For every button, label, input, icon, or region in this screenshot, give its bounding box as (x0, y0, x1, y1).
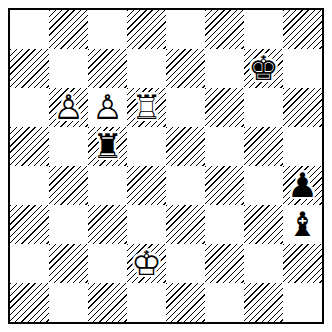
square-c3[interactable] (88, 205, 127, 244)
square-c5[interactable]: ♜ (88, 127, 127, 166)
white-piece-outline: ♔ (127, 244, 166, 283)
square-c1[interactable] (88, 283, 127, 322)
square-d8[interactable] (127, 10, 166, 49)
black-rook-c5: ♜ (88, 127, 127, 166)
square-h1[interactable] (283, 283, 322, 322)
square-c4[interactable] (88, 166, 127, 205)
board-frame: ♚♟♙♟♙♜♖♜♟♝♚♔ (8, 8, 324, 324)
square-h6[interactable] (283, 88, 322, 127)
square-f7[interactable] (205, 49, 244, 88)
square-a7[interactable] (10, 49, 49, 88)
square-e6[interactable] (166, 88, 205, 127)
square-g8[interactable] (244, 10, 283, 49)
square-h7[interactable] (283, 49, 322, 88)
square-g7[interactable]: ♚ (244, 49, 283, 88)
square-g4[interactable] (244, 166, 283, 205)
square-e1[interactable] (166, 283, 205, 322)
square-a3[interactable] (10, 205, 49, 244)
square-b8[interactable] (49, 10, 88, 49)
white-rook-d6: ♜♖ (127, 88, 166, 127)
black-bishop-h3: ♝ (283, 205, 322, 244)
square-h2[interactable] (283, 244, 322, 283)
square-d3[interactable] (127, 205, 166, 244)
square-h3[interactable]: ♝ (283, 205, 322, 244)
square-f2[interactable] (205, 244, 244, 283)
square-f1[interactable] (205, 283, 244, 322)
square-b6[interactable]: ♟♙ (49, 88, 88, 127)
square-b7[interactable] (49, 49, 88, 88)
square-h5[interactable] (283, 127, 322, 166)
white-piece-outline: ♖ (127, 88, 166, 127)
square-c6[interactable]: ♟♙ (88, 88, 127, 127)
square-c8[interactable] (88, 10, 127, 49)
square-e3[interactable] (166, 205, 205, 244)
square-f6[interactable] (205, 88, 244, 127)
square-f4[interactable] (205, 166, 244, 205)
square-d2[interactable]: ♚♔ (127, 244, 166, 283)
white-king-d2: ♚♔ (127, 244, 166, 283)
square-g1[interactable] (244, 283, 283, 322)
square-d6[interactable]: ♜♖ (127, 88, 166, 127)
square-f8[interactable] (205, 10, 244, 49)
white-pawn-b6: ♟♙ (49, 88, 88, 127)
square-b3[interactable] (49, 205, 88, 244)
square-g6[interactable] (244, 88, 283, 127)
white-piece-outline: ♙ (49, 88, 88, 127)
square-d1[interactable] (127, 283, 166, 322)
square-h4[interactable]: ♟ (283, 166, 322, 205)
square-b4[interactable] (49, 166, 88, 205)
square-a2[interactable] (10, 244, 49, 283)
square-d4[interactable] (127, 166, 166, 205)
black-king-g7: ♚ (244, 49, 283, 88)
white-pawn-c6: ♟♙ (88, 88, 127, 127)
square-e4[interactable] (166, 166, 205, 205)
white-piece-outline: ♙ (88, 88, 127, 127)
square-a5[interactable] (10, 127, 49, 166)
square-g3[interactable] (244, 205, 283, 244)
square-d7[interactable] (127, 49, 166, 88)
square-f3[interactable] (205, 205, 244, 244)
square-c7[interactable] (88, 49, 127, 88)
square-g5[interactable] (244, 127, 283, 166)
square-g2[interactable] (244, 244, 283, 283)
chess-diagram: ♚♟♙♟♙♜♖♜♟♝♚♔ (0, 0, 332, 332)
square-e8[interactable] (166, 10, 205, 49)
chess-board: ♚♟♙♟♙♜♖♜♟♝♚♔ (10, 10, 322, 322)
black-pawn-h4: ♟ (283, 166, 322, 205)
square-e5[interactable] (166, 127, 205, 166)
square-a4[interactable] (10, 166, 49, 205)
square-b1[interactable] (49, 283, 88, 322)
square-f5[interactable] (205, 127, 244, 166)
square-e2[interactable] (166, 244, 205, 283)
square-e7[interactable] (166, 49, 205, 88)
square-h8[interactable] (283, 10, 322, 49)
square-a8[interactable] (10, 10, 49, 49)
square-b5[interactable] (49, 127, 88, 166)
square-a1[interactable] (10, 283, 49, 322)
square-c2[interactable] (88, 244, 127, 283)
square-b2[interactable] (49, 244, 88, 283)
square-a6[interactable] (10, 88, 49, 127)
square-d5[interactable] (127, 127, 166, 166)
